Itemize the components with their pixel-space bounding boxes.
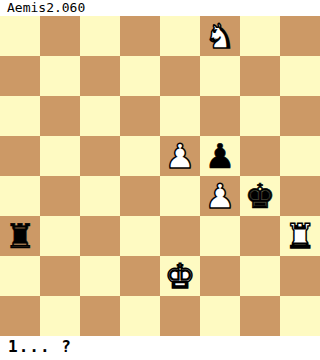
square-d4[interactable] xyxy=(120,176,160,216)
square-e1[interactable] xyxy=(160,296,200,336)
white-pawn-e5[interactable]: ♟ xyxy=(165,136,195,176)
square-d8[interactable] xyxy=(120,16,160,56)
square-h5[interactable] xyxy=(280,136,320,176)
square-c4[interactable] xyxy=(80,176,120,216)
square-d6[interactable] xyxy=(120,96,160,136)
square-b7[interactable] xyxy=(40,56,80,96)
square-b2[interactable] xyxy=(40,256,80,296)
square-g2[interactable] xyxy=(240,256,280,296)
square-e3[interactable] xyxy=(160,216,200,256)
square-g3[interactable] xyxy=(240,216,280,256)
square-a3[interactable]: ♜ xyxy=(0,216,40,256)
square-f3[interactable] xyxy=(200,216,240,256)
square-c3[interactable] xyxy=(80,216,120,256)
square-c1[interactable] xyxy=(80,296,120,336)
square-f7[interactable] xyxy=(200,56,240,96)
black-pawn-f5[interactable]: ♟ xyxy=(205,136,235,176)
square-g4[interactable]: ♚ xyxy=(240,176,280,216)
square-h7[interactable] xyxy=(280,56,320,96)
square-g1[interactable] xyxy=(240,296,280,336)
square-h1[interactable] xyxy=(280,296,320,336)
square-a6[interactable] xyxy=(0,96,40,136)
square-d2[interactable] xyxy=(120,256,160,296)
square-e2[interactable]: ♚ xyxy=(160,256,200,296)
square-f8[interactable]: ♞ xyxy=(200,16,240,56)
square-c7[interactable] xyxy=(80,56,120,96)
square-c2[interactable] xyxy=(80,256,120,296)
square-a2[interactable] xyxy=(0,256,40,296)
square-a7[interactable] xyxy=(0,56,40,96)
square-e7[interactable] xyxy=(160,56,200,96)
square-e5[interactable]: ♟ xyxy=(160,136,200,176)
square-b6[interactable] xyxy=(40,96,80,136)
square-a1[interactable] xyxy=(0,296,40,336)
square-c8[interactable] xyxy=(80,16,120,56)
square-h8[interactable] xyxy=(280,16,320,56)
square-f5[interactable]: ♟ xyxy=(200,136,240,176)
white-king-e2[interactable]: ♚ xyxy=(165,256,195,296)
square-f6[interactable] xyxy=(200,96,240,136)
square-f2[interactable] xyxy=(200,256,240,296)
square-b5[interactable] xyxy=(40,136,80,176)
chess-board: ♞♟♟♟♚♜♜♚ xyxy=(0,16,320,336)
square-a4[interactable] xyxy=(0,176,40,216)
move-prompt: 1... ? xyxy=(0,336,320,360)
black-king-g4[interactable]: ♚ xyxy=(245,176,275,216)
square-b8[interactable] xyxy=(40,16,80,56)
square-e4[interactable] xyxy=(160,176,200,216)
square-a5[interactable] xyxy=(0,136,40,176)
square-g5[interactable] xyxy=(240,136,280,176)
square-e6[interactable] xyxy=(160,96,200,136)
square-b1[interactable] xyxy=(40,296,80,336)
puzzle-title: Aemis2.060 xyxy=(0,0,320,16)
white-rook-h3[interactable]: ♜ xyxy=(285,216,315,256)
square-d1[interactable] xyxy=(120,296,160,336)
square-f4[interactable]: ♟ xyxy=(200,176,240,216)
white-pawn-f4[interactable]: ♟ xyxy=(205,176,235,216)
white-knight-f8[interactable]: ♞ xyxy=(205,16,235,56)
square-b4[interactable] xyxy=(40,176,80,216)
square-d5[interactable] xyxy=(120,136,160,176)
square-h6[interactable] xyxy=(280,96,320,136)
square-g8[interactable] xyxy=(240,16,280,56)
square-h4[interactable] xyxy=(280,176,320,216)
square-d7[interactable] xyxy=(120,56,160,96)
black-rook-a3[interactable]: ♜ xyxy=(5,216,35,256)
square-g7[interactable] xyxy=(240,56,280,96)
square-c5[interactable] xyxy=(80,136,120,176)
square-b3[interactable] xyxy=(40,216,80,256)
square-d3[interactable] xyxy=(120,216,160,256)
square-h3[interactable]: ♜ xyxy=(280,216,320,256)
chess-app-window: Aemis2.060 ♞♟♟♟♚♜♜♚ 1... ? xyxy=(0,0,320,360)
square-h2[interactable] xyxy=(280,256,320,296)
square-f1[interactable] xyxy=(200,296,240,336)
square-a8[interactable] xyxy=(0,16,40,56)
square-e8[interactable] xyxy=(160,16,200,56)
square-c6[interactable] xyxy=(80,96,120,136)
square-g6[interactable] xyxy=(240,96,280,136)
